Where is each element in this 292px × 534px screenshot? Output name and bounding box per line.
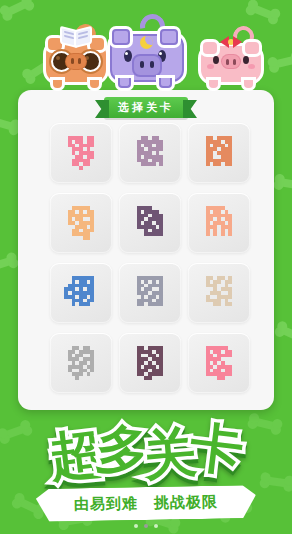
pig-cheek-icon [248, 64, 255, 69]
pig-snout-icon [66, 54, 86, 69]
level-card: 选择关卡 [18, 90, 274, 410]
level-tile-1[interactable] [50, 123, 112, 183]
maze-thumbnail [133, 346, 167, 380]
subtitle-text: 由易到难 挑战极限 [74, 493, 218, 515]
maze-thumbnail [133, 276, 167, 310]
maze-thumbnail [202, 346, 236, 380]
bone-icon [0, 256, 15, 272]
pig-foot [53, 80, 62, 88]
maze-thumbnail [133, 136, 167, 170]
pig-foot [209, 80, 218, 88]
maze-thumbnail [133, 206, 167, 240]
bone-icon [271, 55, 292, 69]
pagination-dots[interactable] [0, 524, 292, 528]
bone-icon [278, 325, 292, 343]
maze-thumbnail [202, 206, 236, 240]
pig-ear-icon [90, 38, 104, 50]
level-tile-12[interactable] [188, 333, 250, 393]
pagination-dot-inactive[interactable] [154, 524, 158, 528]
mascot-purple-pig [104, 12, 186, 88]
maze-thumbnail [64, 276, 98, 310]
maze-thumbnail [202, 136, 236, 170]
mascot-pink-pig [199, 24, 263, 88]
pig-ear-icon [160, 29, 178, 45]
level-tile-7[interactable] [50, 263, 112, 323]
pig-eye-icon [124, 50, 132, 62]
open-book-icon [60, 28, 92, 44]
pig-foot [118, 78, 131, 88]
bone-icon [0, 117, 17, 132]
maze-thumbnail [64, 136, 98, 170]
pagination-dot-inactive[interactable] [134, 524, 138, 528]
maze-thumbnail [64, 346, 98, 380]
level-grid [50, 123, 250, 393]
pagination-dot-active[interactable] [144, 524, 148, 528]
pig-foot [90, 80, 99, 88]
pig-foot [159, 78, 172, 88]
screen: 选择关卡 [0, 0, 292, 534]
pig-eye-icon [213, 56, 219, 64]
pig-cheek-icon [207, 64, 214, 69]
bone-icon [249, 3, 276, 20]
pig-ear-icon [203, 42, 217, 54]
maze-thumbnail [64, 206, 98, 240]
level-select-banner-label: 选择关卡 [118, 101, 174, 114]
pig-snout-icon [132, 54, 162, 77]
level-tile-3[interactable] [188, 123, 250, 183]
hero-title: 超超多多关关卡卡 [0, 416, 292, 486]
bone-icon [278, 178, 292, 190]
bone-icon [4, 0, 31, 17]
bow-icon [220, 36, 242, 48]
pig-snout-icon [222, 55, 240, 68]
level-tile-2[interactable] [119, 123, 181, 183]
level-tile-4[interactable] [50, 193, 112, 253]
maze-thumbnail [202, 276, 236, 310]
level-tile-10[interactable] [50, 333, 112, 393]
subtitle-banner: 由易到难 挑战极限 [36, 485, 257, 522]
level-tile-8[interactable] [119, 263, 181, 323]
level-tile-11[interactable] [119, 333, 181, 393]
pig-ear-icon [245, 42, 259, 54]
hero-title-char: 卡卡 [186, 411, 247, 487]
pig-ear-icon [112, 29, 130, 45]
level-select-banner: 选择关卡 [104, 97, 188, 118]
crescent-moon-icon [140, 36, 153, 49]
level-tile-6[interactable] [188, 193, 250, 253]
pig-foot [244, 80, 253, 88]
level-tile-9[interactable] [188, 263, 250, 323]
mascot-orange-pig [43, 20, 109, 88]
pig-eye-icon [243, 56, 249, 64]
level-tile-5[interactable] [119, 193, 181, 253]
